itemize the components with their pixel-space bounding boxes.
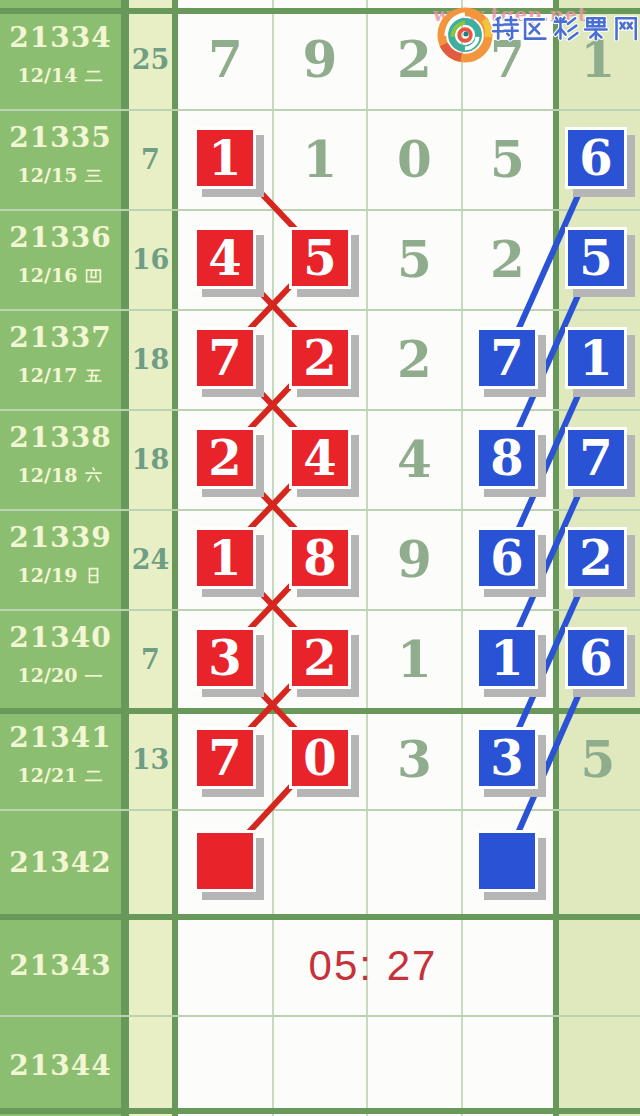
- digit-cell: 0: [367, 128, 462, 192]
- issue-number: 21339: [0, 521, 121, 555]
- cold-blue-box: 2: [565, 527, 627, 589]
- cold-blue-box: 6: [565, 127, 627, 189]
- weekday-glyph: [84, 466, 103, 485]
- digit-cell: 4: [367, 428, 462, 492]
- weekday-glyph: [84, 766, 103, 785]
- sum-value: 18: [129, 342, 172, 378]
- date-text: 12/15: [18, 164, 78, 186]
- sum-value: 7: [129, 142, 172, 178]
- sum-value: 25: [129, 42, 172, 78]
- digit-cell: 3: [367, 728, 462, 792]
- issue-number: 21336: [0, 221, 121, 255]
- sum-value: 16: [129, 242, 172, 278]
- digit-cell: 5: [556, 728, 640, 792]
- hot-red-box: 1: [194, 527, 256, 589]
- cold-blue-box: 1: [565, 327, 627, 389]
- hot-red-box: 3: [194, 627, 256, 689]
- digit-cell: 2: [367, 328, 462, 392]
- date-text: 12/18: [18, 464, 78, 486]
- lottery-trend-chart: 2133412/1425792712133512/157110562133612…: [0, 0, 640, 1116]
- issue-number: 21342: [0, 846, 121, 880]
- cold-blue-box: 7: [565, 427, 627, 489]
- weekday-glyph: [84, 166, 103, 185]
- draw-date: 12/16: [0, 262, 121, 288]
- cold-blue-box: 7: [476, 327, 538, 389]
- weekday-glyph: [84, 666, 103, 685]
- issue-number: 21335: [0, 121, 121, 155]
- cold-blue-box: 1: [476, 627, 538, 689]
- digit-cell: 2: [462, 228, 553, 292]
- draw-date: 12/19: [0, 562, 121, 588]
- hot-red-box: 2: [289, 327, 351, 389]
- draw-date: 12/18: [0, 462, 121, 488]
- issue-number: 21344: [0, 1049, 121, 1083]
- site-logo[interactable]: www.tqep.net: [433, 3, 640, 65]
- date-text: 12/17: [18, 364, 78, 386]
- date-text: 12/16: [18, 264, 78, 286]
- sum-value: 18: [129, 442, 172, 478]
- hot-red-box: 7: [194, 327, 256, 389]
- issue-number: 21334: [0, 21, 121, 55]
- weekday-glyph: [84, 566, 103, 585]
- logo-swirl-icon: [436, 6, 494, 64]
- cold-blue-box: 6: [476, 527, 538, 589]
- issue-number: 21338: [0, 421, 121, 455]
- issue-number: 21337: [0, 321, 121, 355]
- digit-cell: 5: [367, 228, 462, 292]
- weekday-glyph: [84, 66, 103, 85]
- draw-date: 12/15: [0, 162, 121, 188]
- draw-date: 12/14: [0, 62, 121, 88]
- hot-red-box: 4: [289, 427, 351, 489]
- hot-red-box: 2: [194, 427, 256, 489]
- draw-date: 12/20: [0, 662, 121, 688]
- sum-value: 24: [129, 542, 172, 578]
- hot-red-box: 2: [289, 627, 351, 689]
- hot-red-box: 4: [194, 227, 256, 289]
- date-text: 12/21: [18, 764, 78, 786]
- cold-blue-box: 5: [565, 227, 627, 289]
- issue-number: 21341: [0, 721, 121, 755]
- cold-blue-box: [476, 830, 538, 892]
- cold-blue-box: 8: [476, 427, 538, 489]
- date-text: 12/14: [18, 64, 78, 86]
- digit-cell: 9: [367, 528, 462, 592]
- hot-red-box: 8: [289, 527, 351, 589]
- logo-text: [490, 13, 640, 45]
- hot-red-box: 5: [289, 227, 351, 289]
- digit-cell: 1: [367, 628, 462, 692]
- digit-cell: 7: [178, 28, 273, 92]
- hot-red-box: 7: [194, 727, 256, 789]
- hot-red-box: 0: [289, 727, 351, 789]
- sum-value: 7: [129, 642, 172, 678]
- cold-blue-box: 3: [476, 727, 538, 789]
- issue-number: 21340: [0, 621, 121, 655]
- date-text: 12/19: [18, 564, 78, 586]
- date-text: 12/20: [18, 664, 78, 686]
- digit-cell: 5: [462, 128, 553, 192]
- hot-red-box: 1: [194, 127, 256, 189]
- digit-cell: 1: [273, 128, 367, 192]
- draw-date: 12/21: [0, 762, 121, 788]
- sum-value: 13: [129, 742, 172, 778]
- digit-cell: 9: [273, 28, 367, 92]
- weekday-glyph: [84, 366, 103, 385]
- draw-countdown-timer: 05: 27: [273, 942, 473, 990]
- weekday-glyph: [84, 266, 103, 285]
- issue-number: 21343: [0, 949, 121, 983]
- cold-blue-box: 6: [565, 627, 627, 689]
- hot-red-box: [194, 830, 256, 892]
- draw-date: 12/17: [0, 362, 121, 388]
